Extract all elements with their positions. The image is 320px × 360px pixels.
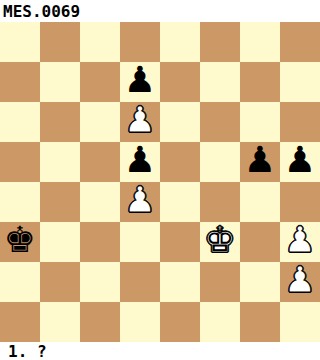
square-d3[interactable] xyxy=(120,222,160,262)
square-f4[interactable] xyxy=(200,182,240,222)
square-f5[interactable] xyxy=(200,142,240,182)
square-f7[interactable] xyxy=(200,62,240,102)
square-b8[interactable] xyxy=(40,22,80,62)
square-h4[interactable] xyxy=(280,182,320,222)
square-c3[interactable] xyxy=(80,222,120,262)
square-g8[interactable] xyxy=(240,22,280,62)
square-g3[interactable] xyxy=(240,222,280,262)
white-pawn[interactable]: ♟ xyxy=(284,262,316,298)
black-pawn[interactable]: ♟ xyxy=(124,62,156,98)
square-h3[interactable]: ♟ xyxy=(280,222,320,262)
white-pawn[interactable]: ♟ xyxy=(284,222,316,258)
square-b5[interactable] xyxy=(40,142,80,182)
square-a1[interactable] xyxy=(0,302,40,342)
square-h8[interactable] xyxy=(280,22,320,62)
square-f3[interactable]: ♚ xyxy=(200,222,240,262)
square-e1[interactable] xyxy=(160,302,200,342)
square-h2[interactable]: ♟ xyxy=(280,262,320,302)
square-h1[interactable] xyxy=(280,302,320,342)
square-b1[interactable] xyxy=(40,302,80,342)
square-d6[interactable]: ♟ xyxy=(120,102,160,142)
square-h7[interactable] xyxy=(280,62,320,102)
square-h5[interactable]: ♟ xyxy=(280,142,320,182)
chess-puzzle-window: MES.0069 ♟♟♟♟♟♟♚♚♟♟ 1. ? xyxy=(0,0,320,360)
white-king[interactable]: ♚ xyxy=(204,222,236,258)
square-c2[interactable] xyxy=(80,262,120,302)
square-e8[interactable] xyxy=(160,22,200,62)
move-prompt: 1. ? xyxy=(0,342,320,360)
square-c6[interactable] xyxy=(80,102,120,142)
black-king[interactable]: ♚ xyxy=(4,222,36,258)
square-g5[interactable]: ♟ xyxy=(240,142,280,182)
square-b6[interactable] xyxy=(40,102,80,142)
square-c4[interactable] xyxy=(80,182,120,222)
square-f2[interactable] xyxy=(200,262,240,302)
square-a8[interactable] xyxy=(0,22,40,62)
chess-board: ♟♟♟♟♟♟♚♚♟♟ xyxy=(0,22,320,342)
square-d8[interactable] xyxy=(120,22,160,62)
square-b4[interactable] xyxy=(40,182,80,222)
square-a5[interactable] xyxy=(0,142,40,182)
white-pawn[interactable]: ♟ xyxy=(124,102,156,138)
square-c7[interactable] xyxy=(80,62,120,102)
square-e6[interactable] xyxy=(160,102,200,142)
square-a3[interactable]: ♚ xyxy=(0,222,40,262)
square-c5[interactable] xyxy=(80,142,120,182)
square-d7[interactable]: ♟ xyxy=(120,62,160,102)
square-e5[interactable] xyxy=(160,142,200,182)
square-d5[interactable]: ♟ xyxy=(120,142,160,182)
square-a4[interactable] xyxy=(0,182,40,222)
puzzle-title: MES.0069 xyxy=(0,0,320,22)
square-d4[interactable]: ♟ xyxy=(120,182,160,222)
square-g2[interactable] xyxy=(240,262,280,302)
square-f1[interactable] xyxy=(200,302,240,342)
square-c8[interactable] xyxy=(80,22,120,62)
white-pawn[interactable]: ♟ xyxy=(124,182,156,218)
square-a2[interactable] xyxy=(0,262,40,302)
square-b2[interactable] xyxy=(40,262,80,302)
square-e4[interactable] xyxy=(160,182,200,222)
square-a7[interactable] xyxy=(0,62,40,102)
square-f8[interactable] xyxy=(200,22,240,62)
square-h6[interactable] xyxy=(280,102,320,142)
square-g1[interactable] xyxy=(240,302,280,342)
square-g7[interactable] xyxy=(240,62,280,102)
square-b3[interactable] xyxy=(40,222,80,262)
square-d1[interactable] xyxy=(120,302,160,342)
square-e7[interactable] xyxy=(160,62,200,102)
square-e2[interactable] xyxy=(160,262,200,302)
black-pawn[interactable]: ♟ xyxy=(244,142,276,178)
square-d2[interactable] xyxy=(120,262,160,302)
black-pawn[interactable]: ♟ xyxy=(284,142,316,178)
square-g4[interactable] xyxy=(240,182,280,222)
square-e3[interactable] xyxy=(160,222,200,262)
square-g6[interactable] xyxy=(240,102,280,142)
square-b7[interactable] xyxy=(40,62,80,102)
black-pawn[interactable]: ♟ xyxy=(124,142,156,178)
square-a6[interactable] xyxy=(0,102,40,142)
square-c1[interactable] xyxy=(80,302,120,342)
square-f6[interactable] xyxy=(200,102,240,142)
